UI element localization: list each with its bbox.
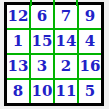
cell-r4c1: 8 — [7, 80, 29, 103]
cell-r3c3: 2 — [55, 55, 77, 78]
cell-r1c3: 7 — [55, 5, 77, 28]
cell-r3c1: 13 — [7, 55, 29, 78]
grid-line-stub — [76, 0, 78, 6]
magic-square-diagram: 12 6 7 9 1 15 14 4 13 3 2 16 8 10 11 5 — [0, 0, 109, 109]
cell-r1c4: 9 — [79, 5, 101, 28]
cell-r4c3: 11 — [55, 80, 77, 103]
cell-r2c1: 1 — [7, 30, 29, 53]
board: 12 6 7 9 1 15 14 4 13 3 2 16 8 10 11 5 — [4, 2, 104, 106]
cell-r1c1: 12 — [7, 5, 29, 28]
cell-r1c2: 6 — [31, 5, 53, 28]
cell-r2c2: 15 — [31, 30, 53, 53]
cell-r3c2: 3 — [31, 55, 53, 78]
cell-r4c4: 5 — [79, 80, 101, 103]
cell-r4c2: 10 — [31, 80, 53, 103]
grid-line-stub — [53, 0, 55, 6]
cell-r3c4: 16 — [79, 55, 101, 78]
cell-r2c3: 14 — [55, 30, 77, 53]
grid-line-stub — [30, 0, 32, 6]
cell-r2c4: 4 — [79, 30, 101, 53]
